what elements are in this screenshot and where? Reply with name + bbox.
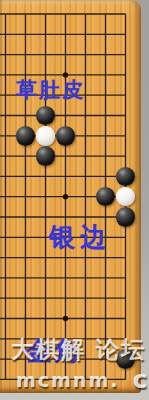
watermark-letter-c: c (132, 369, 149, 392)
watermark-url-text: mcmnm. (16, 371, 119, 390)
go-board (0, 0, 141, 393)
stone-black-Q13 (56, 126, 76, 146)
annotation-label-2: 银边 (49, 224, 111, 250)
star-point (63, 72, 68, 77)
star-point (63, 194, 68, 199)
stone-black-T9 (116, 207, 136, 227)
stone-white-P13 (36, 126, 56, 146)
watermark-url: mcmnm. c m (16, 369, 149, 392)
watermark-forum-text: 大棋解 论坛 (11, 338, 146, 361)
go-diagram-screenshot: 草肚皮银边金角 大棋解 论坛 mcmnm. c m (0, 0, 149, 400)
annotation-label-1: 草肚皮 (16, 80, 85, 101)
star-point (63, 316, 68, 321)
stone-black-O13 (16, 126, 36, 146)
stone-black-P12 (36, 146, 56, 166)
